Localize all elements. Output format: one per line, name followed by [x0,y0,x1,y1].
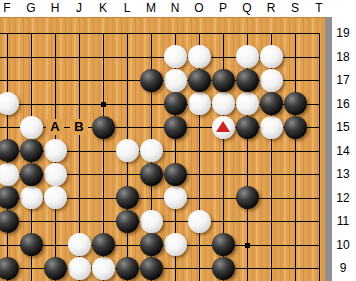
stone-black-Q15[interactable] [236,116,259,139]
stone-black-Q12[interactable] [236,186,259,209]
stone-black-M13[interactable] [140,163,163,186]
stone-white-M14[interactable] [140,139,163,162]
stone-black-L9[interactable] [116,257,139,280]
column-label-G: G [22,1,40,15]
stone-white-N18[interactable] [164,45,187,68]
stone-black-S15[interactable] [284,116,307,139]
stone-white-N12[interactable] [164,186,187,209]
stone-white-O18[interactable] [188,45,211,68]
stone-white-P16[interactable] [212,92,235,115]
row-label-14: 14 [332,144,354,158]
column-label-T: T [310,1,328,15]
go-board-screenshot: FGHJKLMNOPQRST191817161514131211109AB [0,0,356,281]
star-point-Q10 [245,243,250,248]
column-label-N: N [166,1,184,15]
row-label-13: 13 [332,167,354,181]
stone-white-O16[interactable] [188,92,211,115]
column-label-L: L [118,1,136,15]
stone-white-M11[interactable] [140,210,163,233]
stone-black-N15[interactable] [164,116,187,139]
column-label-F: F [0,1,16,15]
row-label-18: 18 [332,50,354,64]
stone-black-P9[interactable] [212,257,235,280]
stone-black-G14[interactable] [20,139,43,162]
row-label-11: 11 [332,214,354,228]
stone-black-L12[interactable] [116,186,139,209]
stone-black-F11[interactable] [0,210,19,233]
triangle-marker-P15 [216,121,230,132]
stone-black-G13[interactable] [20,163,43,186]
board-edge-shadow [325,17,332,281]
column-label-R: R [262,1,280,15]
stone-white-Q18[interactable] [236,45,259,68]
stone-white-R15[interactable] [260,116,283,139]
stone-white-F13[interactable] [0,163,19,186]
row-label-17: 17 [332,73,354,87]
stone-black-P10[interactable] [212,233,235,256]
stone-white-O11[interactable] [188,210,211,233]
stone-white-N10[interactable] [164,233,187,256]
column-label-Q: Q [238,1,256,15]
letter-label-B: B [70,119,88,135]
stone-black-L11[interactable] [116,210,139,233]
stone-black-O17[interactable] [188,69,211,92]
stone-white-H12[interactable] [44,186,67,209]
stone-white-R17[interactable] [260,69,283,92]
stone-black-S16[interactable] [284,92,307,115]
column-label-S: S [286,1,304,15]
stone-black-G10[interactable] [20,233,43,256]
row-label-19: 19 [332,26,354,40]
row-label-9: 9 [332,261,354,275]
stone-black-H9[interactable] [44,257,67,280]
column-label-H: H [46,1,64,15]
row-label-10: 10 [332,238,354,252]
stone-white-R18[interactable] [260,45,283,68]
stone-white-J9[interactable] [68,257,91,280]
stone-white-Q16[interactable] [236,92,259,115]
grid-line-row-19 [0,33,320,34]
star-point-K16 [101,102,106,107]
letter-label-A: A [46,119,64,135]
column-label-M: M [142,1,160,15]
stone-white-G12[interactable] [20,186,43,209]
stone-black-N13[interactable] [164,163,187,186]
stone-black-M10[interactable] [140,233,163,256]
stone-black-P17[interactable] [212,69,235,92]
stone-white-L14[interactable] [116,139,139,162]
column-label-O: O [190,1,208,15]
row-label-15: 15 [332,120,354,134]
stone-white-J10[interactable] [68,233,91,256]
stone-white-K9[interactable] [92,257,115,280]
stone-black-Q17[interactable] [236,69,259,92]
stone-black-F9[interactable] [0,257,19,280]
column-label-P: P [214,1,232,15]
column-label-J: J [70,1,88,15]
stone-black-R16[interactable] [260,92,283,115]
stone-black-K15[interactable] [92,116,115,139]
column-label-K: K [94,1,112,15]
row-label-16: 16 [332,97,354,111]
stone-white-N17[interactable] [164,69,187,92]
stone-black-M17[interactable] [140,69,163,92]
stone-white-G15[interactable] [20,116,43,139]
stone-black-N16[interactable] [164,92,187,115]
stone-black-K10[interactable] [92,233,115,256]
row-label-12: 12 [332,191,354,205]
stone-white-H14[interactable] [44,139,67,162]
stone-black-M9[interactable] [140,257,163,280]
stone-white-H13[interactable] [44,163,67,186]
